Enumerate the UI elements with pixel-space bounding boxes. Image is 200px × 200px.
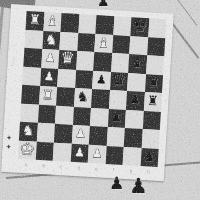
board-square[interactable] bbox=[106, 127, 125, 147]
piece-black-rook[interactable]: ♜ bbox=[147, 94, 159, 108]
board-square[interactable] bbox=[75, 69, 94, 89]
board-square[interactable] bbox=[57, 68, 76, 88]
file-label: d bbox=[70, 165, 88, 171]
board-square[interactable] bbox=[90, 107, 109, 127]
board-square[interactable] bbox=[36, 123, 55, 143]
board-square[interactable] bbox=[105, 145, 124, 165]
board-corner-stamp-icon: ✦✦ bbox=[4, 134, 12, 152]
board-square[interactable] bbox=[22, 66, 41, 86]
board-square[interactable] bbox=[60, 13, 79, 33]
piece-black-bishop[interactable]: ♝ bbox=[131, 55, 144, 70]
file-label: f bbox=[105, 167, 123, 173]
piece-black-knight[interactable]: ♞ bbox=[143, 149, 156, 164]
piece-white-knight[interactable]: ♞ bbox=[45, 32, 58, 47]
board-square[interactable] bbox=[38, 104, 57, 124]
board-square[interactable] bbox=[53, 142, 72, 162]
board-square[interactable] bbox=[78, 14, 97, 34]
board-square[interactable] bbox=[142, 111, 161, 131]
board-square[interactable] bbox=[54, 124, 73, 144]
piece-black-pawn[interactable]: ♟ bbox=[130, 94, 141, 107]
board-square[interactable] bbox=[147, 37, 166, 57]
board-square[interactable] bbox=[23, 48, 42, 68]
board-square[interactable] bbox=[148, 18, 167, 38]
file-label: b bbox=[35, 163, 53, 169]
file-label: c bbox=[52, 164, 70, 170]
piece-white-pawn[interactable]: ♟ bbox=[44, 51, 55, 64]
file-label: e bbox=[87, 166, 105, 172]
piece-black-pawn[interactable]: ♟ bbox=[111, 111, 122, 124]
table-edge-shadow bbox=[0, 2, 4, 58]
piece-white-knight[interactable]: ♞ bbox=[22, 123, 35, 138]
board-square[interactable] bbox=[141, 129, 160, 149]
board-square[interactable] bbox=[72, 106, 91, 126]
piece-white-rook[interactable]: ♜ bbox=[42, 88, 54, 102]
board-square[interactable] bbox=[55, 105, 74, 125]
piece-white-pawn[interactable]: ♟ bbox=[74, 146, 85, 159]
board-square[interactable] bbox=[113, 16, 132, 36]
board-square[interactable] bbox=[21, 85, 40, 105]
board-square[interactable] bbox=[93, 52, 112, 72]
piece-white-pawn[interactable]: ♟ bbox=[43, 70, 54, 83]
background-edge-line bbox=[176, 0, 197, 26]
piece-black-king[interactable]: ♚ bbox=[132, 17, 148, 35]
file-label: a bbox=[17, 162, 35, 168]
board-square[interactable] bbox=[108, 90, 127, 110]
piece-white-queen[interactable]: ♛ bbox=[60, 50, 75, 67]
board-square[interactable] bbox=[112, 35, 131, 55]
board-square[interactable] bbox=[89, 126, 108, 146]
piece-white-king[interactable]: ♚ bbox=[19, 140, 35, 158]
board-square[interactable] bbox=[123, 146, 142, 166]
board-grid: ♜♝♞♝♟♛♟♜♞♟♚♟♟♚♝♟♛♜♞♟♜♟♞ bbox=[18, 11, 167, 167]
piece-white-pawn[interactable]: ♟ bbox=[75, 127, 86, 140]
board-square[interactable] bbox=[125, 110, 144, 130]
piece-black-queen[interactable]: ♛ bbox=[111, 72, 126, 89]
piece-white-rook[interactable]: ♜ bbox=[29, 13, 41, 27]
captured-black-pawn: ♟ bbox=[129, 176, 148, 197]
piece-black-rook[interactable]: ♜ bbox=[148, 75, 160, 89]
board-square[interactable] bbox=[95, 15, 114, 35]
board-square[interactable] bbox=[35, 141, 54, 161]
board-square[interactable] bbox=[129, 36, 148, 56]
board-square[interactable] bbox=[77, 33, 96, 53]
piece-white-pawn[interactable]: ♟ bbox=[91, 147, 102, 160]
piece-white-bishop[interactable]: ♝ bbox=[97, 35, 110, 50]
board-square[interactable] bbox=[91, 89, 110, 109]
board-square[interactable] bbox=[20, 103, 39, 123]
captured-black-pawn: ♟ bbox=[109, 175, 124, 192]
board-brand-text: ····· bbox=[11, 56, 17, 65]
piece-black-knight[interactable]: ♞ bbox=[76, 89, 89, 104]
piece-black-pawn[interactable]: ♟ bbox=[96, 73, 107, 86]
board-square[interactable] bbox=[56, 87, 75, 107]
captured-black-pawn: ♟ bbox=[97, 0, 110, 8]
piece-white-bishop[interactable]: ♝ bbox=[46, 13, 59, 28]
board-square[interactable] bbox=[124, 128, 143, 148]
board-square[interactable] bbox=[146, 55, 165, 75]
chess-board: ♜♝♞♝♟♛♟♜♞♟♚♟♟♚♝♟♛♜♞♟♜♟♞ ····· ✦✦ abcdefg… bbox=[1, 4, 174, 181]
board-square[interactable] bbox=[24, 29, 43, 49]
board-square[interactable] bbox=[76, 51, 95, 71]
chessboard-photo: ♟ ♜♝♞♝♟♛♟♜♞♟♚♟♟♚♝♟♛♜♞♟♜♟♞ ····· ✦✦ abcde… bbox=[0, 0, 200, 200]
board-square[interactable] bbox=[127, 73, 146, 93]
